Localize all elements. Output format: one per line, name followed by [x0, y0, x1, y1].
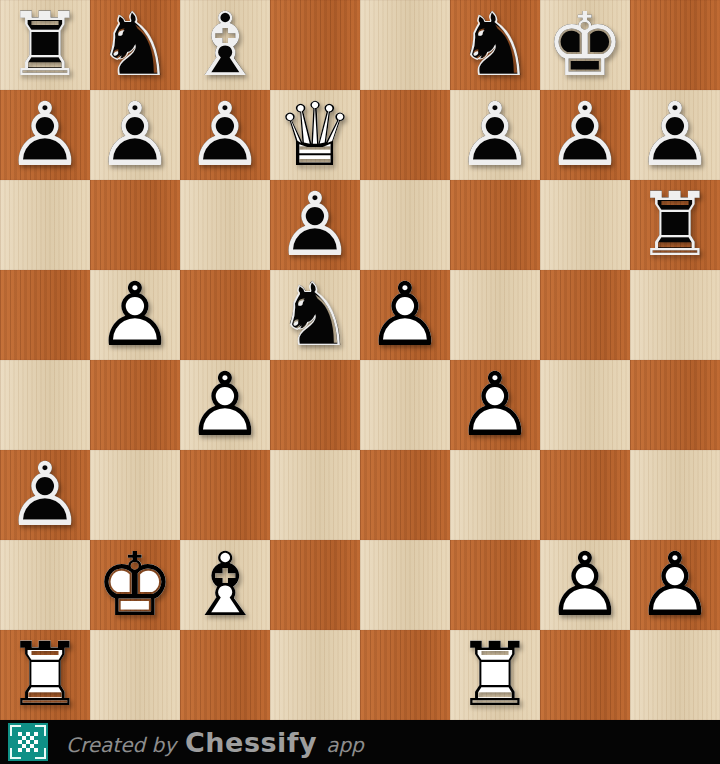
piece-outline-glyph: ♘	[270, 270, 360, 360]
piece-outline-glyph: ♙	[450, 360, 540, 450]
square-e6[interactable]	[360, 180, 450, 270]
square-a5[interactable]	[0, 270, 90, 360]
square-h2[interactable]: ♟♙	[630, 540, 720, 630]
piece-outline-glyph: ♙	[630, 540, 720, 630]
black-rook-a8[interactable]: ♜♖	[0, 0, 90, 90]
square-c2[interactable]: ♝♗	[180, 540, 270, 630]
credit-brand-chessify: Chessify	[185, 727, 317, 758]
logo-corner-bracket-icon	[10, 748, 21, 759]
piece-outline-glyph: ♙	[90, 90, 180, 180]
credit-line: Created by Chessify app	[66, 727, 364, 758]
square-b7[interactable]: ♟♙	[90, 90, 180, 180]
piece-outline-glyph: ♗	[180, 540, 270, 630]
square-h8[interactable]	[630, 0, 720, 90]
black-king-g8[interactable]: ♚♔	[540, 0, 630, 90]
logo-corner-bracket-icon	[10, 725, 21, 736]
square-f6[interactable]	[450, 180, 540, 270]
square-c1[interactable]	[180, 630, 270, 720]
credit-created-by: Created by	[66, 733, 176, 757]
chessify-logo-icon	[8, 723, 48, 761]
black-pawn-a3[interactable]: ♟♙	[0, 450, 90, 540]
white-rook-a1[interactable]: ♜♖	[0, 630, 90, 720]
white-pawn-g2[interactable]: ♟♙	[540, 540, 630, 630]
piece-outline-glyph: ♙	[630, 90, 720, 180]
square-b6[interactable]	[90, 180, 180, 270]
square-d1[interactable]	[270, 630, 360, 720]
piece-outline-glyph: ♔	[540, 0, 630, 90]
square-g3[interactable]	[540, 450, 630, 540]
white-pawn-c4[interactable]: ♟♙	[180, 360, 270, 450]
square-h5[interactable]	[630, 270, 720, 360]
square-c5[interactable]	[180, 270, 270, 360]
black-knight-f8[interactable]: ♞♘	[450, 0, 540, 90]
square-a7[interactable]: ♟♙	[0, 90, 90, 180]
square-b3[interactable]	[90, 450, 180, 540]
square-g7[interactable]: ♟♙	[540, 90, 630, 180]
square-g8[interactable]: ♚♔	[540, 0, 630, 90]
square-c8[interactable]: ♝♗	[180, 0, 270, 90]
square-h1[interactable]	[630, 630, 720, 720]
white-pawn-e5[interactable]: ♟♙	[360, 270, 450, 360]
white-king-b2[interactable]: ♚♔	[90, 540, 180, 630]
square-e7[interactable]	[360, 90, 450, 180]
black-pawn-b7[interactable]: ♟♙	[90, 90, 180, 180]
square-b8[interactable]: ♞♘	[90, 0, 180, 90]
logo-corner-bracket-icon	[35, 725, 46, 736]
piece-outline-glyph: ♖	[450, 630, 540, 720]
white-bishop-c2[interactable]: ♝♗	[180, 540, 270, 630]
black-pawn-a7[interactable]: ♟♙	[0, 90, 90, 180]
square-f3[interactable]	[450, 450, 540, 540]
piece-outline-glyph: ♙	[270, 180, 360, 270]
square-d6[interactable]: ♟♙	[270, 180, 360, 270]
black-pawn-d6[interactable]: ♟♙	[270, 180, 360, 270]
black-knight-d5[interactable]: ♞♘	[270, 270, 360, 360]
square-d7[interactable]: ♛♕	[270, 90, 360, 180]
square-e2[interactable]	[360, 540, 450, 630]
square-d2[interactable]	[270, 540, 360, 630]
piece-outline-glyph: ♖	[0, 0, 90, 90]
square-a8[interactable]: ♜♖	[0, 0, 90, 90]
square-h6[interactable]: ♜♖	[630, 180, 720, 270]
square-g1[interactable]	[540, 630, 630, 720]
piece-outline-glyph: ♙	[540, 90, 630, 180]
black-pawn-f7[interactable]: ♟♙	[450, 90, 540, 180]
white-rook-f1[interactable]: ♜♖	[450, 630, 540, 720]
chess-board: ♜♖♞♘♝♗♞♘♚♔♟♙♟♙♟♙♛♕♟♙♟♙♟♙♟♙♜♖♟♙♞♘♟♙♟♙♟♙♟♙…	[0, 0, 720, 720]
credit-app-suffix: app	[326, 733, 364, 757]
piece-outline-glyph: ♙	[450, 90, 540, 180]
square-d4[interactable]	[270, 360, 360, 450]
piece-outline-glyph: ♙	[90, 270, 180, 360]
piece-outline-glyph: ♙	[540, 540, 630, 630]
square-c7[interactable]: ♟♙	[180, 90, 270, 180]
piece-outline-glyph: ♖	[0, 630, 90, 720]
piece-outline-glyph: ♕	[270, 90, 360, 180]
square-d3[interactable]	[270, 450, 360, 540]
square-f4[interactable]: ♟♙	[450, 360, 540, 450]
square-e4[interactable]	[360, 360, 450, 450]
square-e8[interactable]	[360, 0, 450, 90]
square-a3[interactable]: ♟♙	[0, 450, 90, 540]
square-a6[interactable]	[0, 180, 90, 270]
piece-outline-glyph: ♘	[90, 0, 180, 90]
black-pawn-h7[interactable]: ♟♙	[630, 90, 720, 180]
square-f2[interactable]	[450, 540, 540, 630]
square-e5[interactable]: ♟♙	[360, 270, 450, 360]
square-b1[interactable]	[90, 630, 180, 720]
square-c4[interactable]: ♟♙	[180, 360, 270, 450]
piece-outline-glyph: ♘	[450, 0, 540, 90]
black-pawn-g7[interactable]: ♟♙	[540, 90, 630, 180]
square-c6[interactable]	[180, 180, 270, 270]
black-pawn-c7[interactable]: ♟♙	[180, 90, 270, 180]
white-pawn-f4[interactable]: ♟♙	[450, 360, 540, 450]
piece-outline-glyph: ♔	[90, 540, 180, 630]
square-e3[interactable]	[360, 450, 450, 540]
square-g4[interactable]	[540, 360, 630, 450]
square-h7[interactable]: ♟♙	[630, 90, 720, 180]
square-b5[interactable]: ♟♙	[90, 270, 180, 360]
square-f8[interactable]: ♞♘	[450, 0, 540, 90]
black-bishop-c8[interactable]: ♝♗	[180, 0, 270, 90]
square-g6[interactable]	[540, 180, 630, 270]
square-h4[interactable]	[630, 360, 720, 450]
square-d5[interactable]: ♞♘	[270, 270, 360, 360]
square-e1[interactable]	[360, 630, 450, 720]
square-a2[interactable]	[0, 540, 90, 630]
square-a4[interactable]	[0, 360, 90, 450]
square-f1[interactable]: ♜♖	[450, 630, 540, 720]
square-g5[interactable]	[540, 270, 630, 360]
square-h3[interactable]	[630, 450, 720, 540]
piece-outline-glyph: ♖	[630, 180, 720, 270]
square-c3[interactable]	[180, 450, 270, 540]
piece-outline-glyph: ♙	[180, 90, 270, 180]
piece-outline-glyph: ♙	[180, 360, 270, 450]
black-knight-b8[interactable]: ♞♘	[90, 0, 180, 90]
white-pawn-b5[interactable]: ♟♙	[90, 270, 180, 360]
square-a1[interactable]: ♜♖	[0, 630, 90, 720]
square-f7[interactable]: ♟♙	[450, 90, 540, 180]
white-queen-d7[interactable]: ♛♕	[270, 90, 360, 180]
white-pawn-h2[interactable]: ♟♙	[630, 540, 720, 630]
piece-outline-glyph: ♙	[0, 450, 90, 540]
square-b4[interactable]	[90, 360, 180, 450]
square-g2[interactable]: ♟♙	[540, 540, 630, 630]
piece-outline-glyph: ♙	[360, 270, 450, 360]
square-f5[interactable]	[450, 270, 540, 360]
piece-outline-glyph: ♙	[0, 90, 90, 180]
piece-outline-glyph: ♗	[180, 0, 270, 90]
square-b2[interactable]: ♚♔	[90, 540, 180, 630]
footer-watermark-bar: Created by Chessify app	[0, 720, 720, 764]
black-rook-h6[interactable]: ♜♖	[630, 180, 720, 270]
logo-corner-bracket-icon	[35, 748, 46, 759]
square-d8[interactable]	[270, 0, 360, 90]
